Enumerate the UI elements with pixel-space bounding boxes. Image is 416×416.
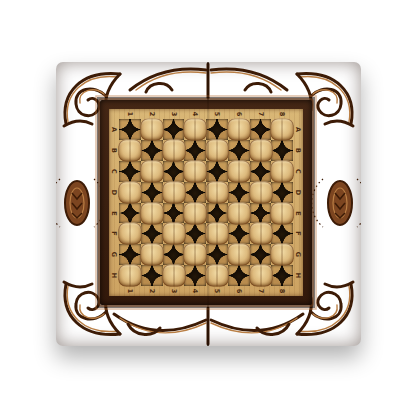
square-E7[interactable] bbox=[250, 203, 272, 224]
square-C3[interactable] bbox=[163, 161, 185, 182]
square-E1[interactable] bbox=[119, 203, 141, 224]
carved-game-board: 1234567812345678ABCDEFGHABCDEFGH bbox=[56, 62, 361, 346]
square-A5[interactable] bbox=[206, 119, 228, 140]
square-A2[interactable] bbox=[140, 118, 163, 141]
square-H2[interactable] bbox=[141, 265, 163, 286]
square-D2[interactable] bbox=[141, 182, 163, 203]
photo-background: 1234567812345678ABCDEFGHABCDEFGH bbox=[0, 0, 416, 416]
inner-frame: 1234567812345678ABCDEFGHABCDEFGH bbox=[100, 100, 312, 305]
square-D1[interactable] bbox=[118, 181, 141, 204]
square-A8[interactable] bbox=[270, 118, 293, 141]
square-B3[interactable] bbox=[162, 139, 185, 162]
square-A4[interactable] bbox=[183, 118, 206, 141]
square-G1[interactable] bbox=[119, 244, 141, 265]
square-B2[interactable] bbox=[141, 140, 163, 161]
square-E3[interactable] bbox=[163, 203, 185, 224]
square-G4[interactable] bbox=[183, 243, 206, 266]
square-F8[interactable] bbox=[271, 223, 293, 244]
board-fold-seam bbox=[207, 62, 209, 346]
square-D4[interactable] bbox=[184, 182, 206, 203]
square-H6[interactable] bbox=[228, 265, 250, 286]
square-C8[interactable] bbox=[270, 160, 293, 183]
square-D3[interactable] bbox=[162, 181, 185, 204]
square-D8[interactable] bbox=[271, 182, 293, 203]
square-A1[interactable] bbox=[119, 119, 141, 140]
square-B7[interactable] bbox=[249, 139, 272, 162]
square-C6[interactable] bbox=[227, 160, 250, 183]
square-E8[interactable] bbox=[270, 202, 293, 225]
square-B6[interactable] bbox=[228, 140, 250, 161]
square-H8[interactable] bbox=[271, 265, 293, 286]
square-C1[interactable] bbox=[119, 161, 141, 182]
square-G2[interactable] bbox=[140, 243, 163, 266]
board-grid: 1234567812345678ABCDEFGHABCDEFGH bbox=[109, 109, 303, 296]
square-E4[interactable] bbox=[183, 202, 206, 225]
square-F3[interactable] bbox=[162, 223, 185, 246]
square-B4[interactable] bbox=[184, 140, 206, 161]
square-F7[interactable] bbox=[249, 223, 272, 246]
square-F2[interactable] bbox=[141, 223, 163, 244]
square-B1[interactable] bbox=[118, 139, 141, 162]
square-E2[interactable] bbox=[140, 202, 163, 225]
square-G5[interactable] bbox=[206, 244, 228, 265]
square-B8[interactable] bbox=[271, 140, 293, 161]
square-D6[interactable] bbox=[228, 182, 250, 203]
square-H4[interactable] bbox=[184, 265, 206, 286]
square-F6[interactable] bbox=[228, 223, 250, 244]
square-A3[interactable] bbox=[163, 119, 185, 140]
square-F1[interactable] bbox=[118, 223, 141, 246]
square-G8[interactable] bbox=[270, 243, 293, 266]
square-H3[interactable] bbox=[162, 264, 185, 287]
square-G6[interactable] bbox=[227, 243, 250, 266]
square-E6[interactable] bbox=[227, 202, 250, 225]
square-E5[interactable] bbox=[206, 203, 228, 224]
square-C7[interactable] bbox=[250, 161, 272, 182]
square-C5[interactable] bbox=[206, 161, 228, 182]
square-H1[interactable] bbox=[118, 264, 141, 287]
square-C2[interactable] bbox=[140, 160, 163, 183]
square-H7[interactable] bbox=[249, 264, 272, 287]
square-G7[interactable] bbox=[250, 244, 272, 265]
square-A6[interactable] bbox=[227, 118, 250, 141]
square-A7[interactable] bbox=[250, 119, 272, 140]
square-G3[interactable] bbox=[163, 244, 185, 265]
square-C4[interactable] bbox=[183, 160, 206, 183]
square-D7[interactable] bbox=[249, 181, 272, 204]
square-F4[interactable] bbox=[184, 223, 206, 244]
